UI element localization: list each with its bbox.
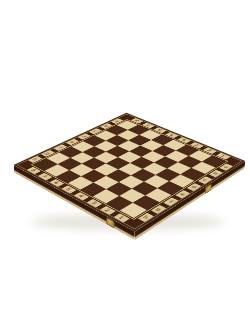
chess-set-product-photo: 87654321 87654321 abcdefgh abcdefgh ♜♟♟♜… [0, 0, 250, 311]
board-grid: ♜♟♟♜♞♟♟♞♝♟♟♝♛♟♟♛♚♟♟♚♝♟♟♝♞♟♟♞♜♟♟♜ [33, 120, 225, 218]
rook-glyph: ♜ [113, 185, 141, 214]
brass-clasp-right [205, 183, 212, 194]
pawn-glyph: ♟ [40, 152, 60, 173]
chess-board: 87654321 87654321 abcdefgh abcdefgh ♜♟♟♜… [13, 113, 245, 232]
